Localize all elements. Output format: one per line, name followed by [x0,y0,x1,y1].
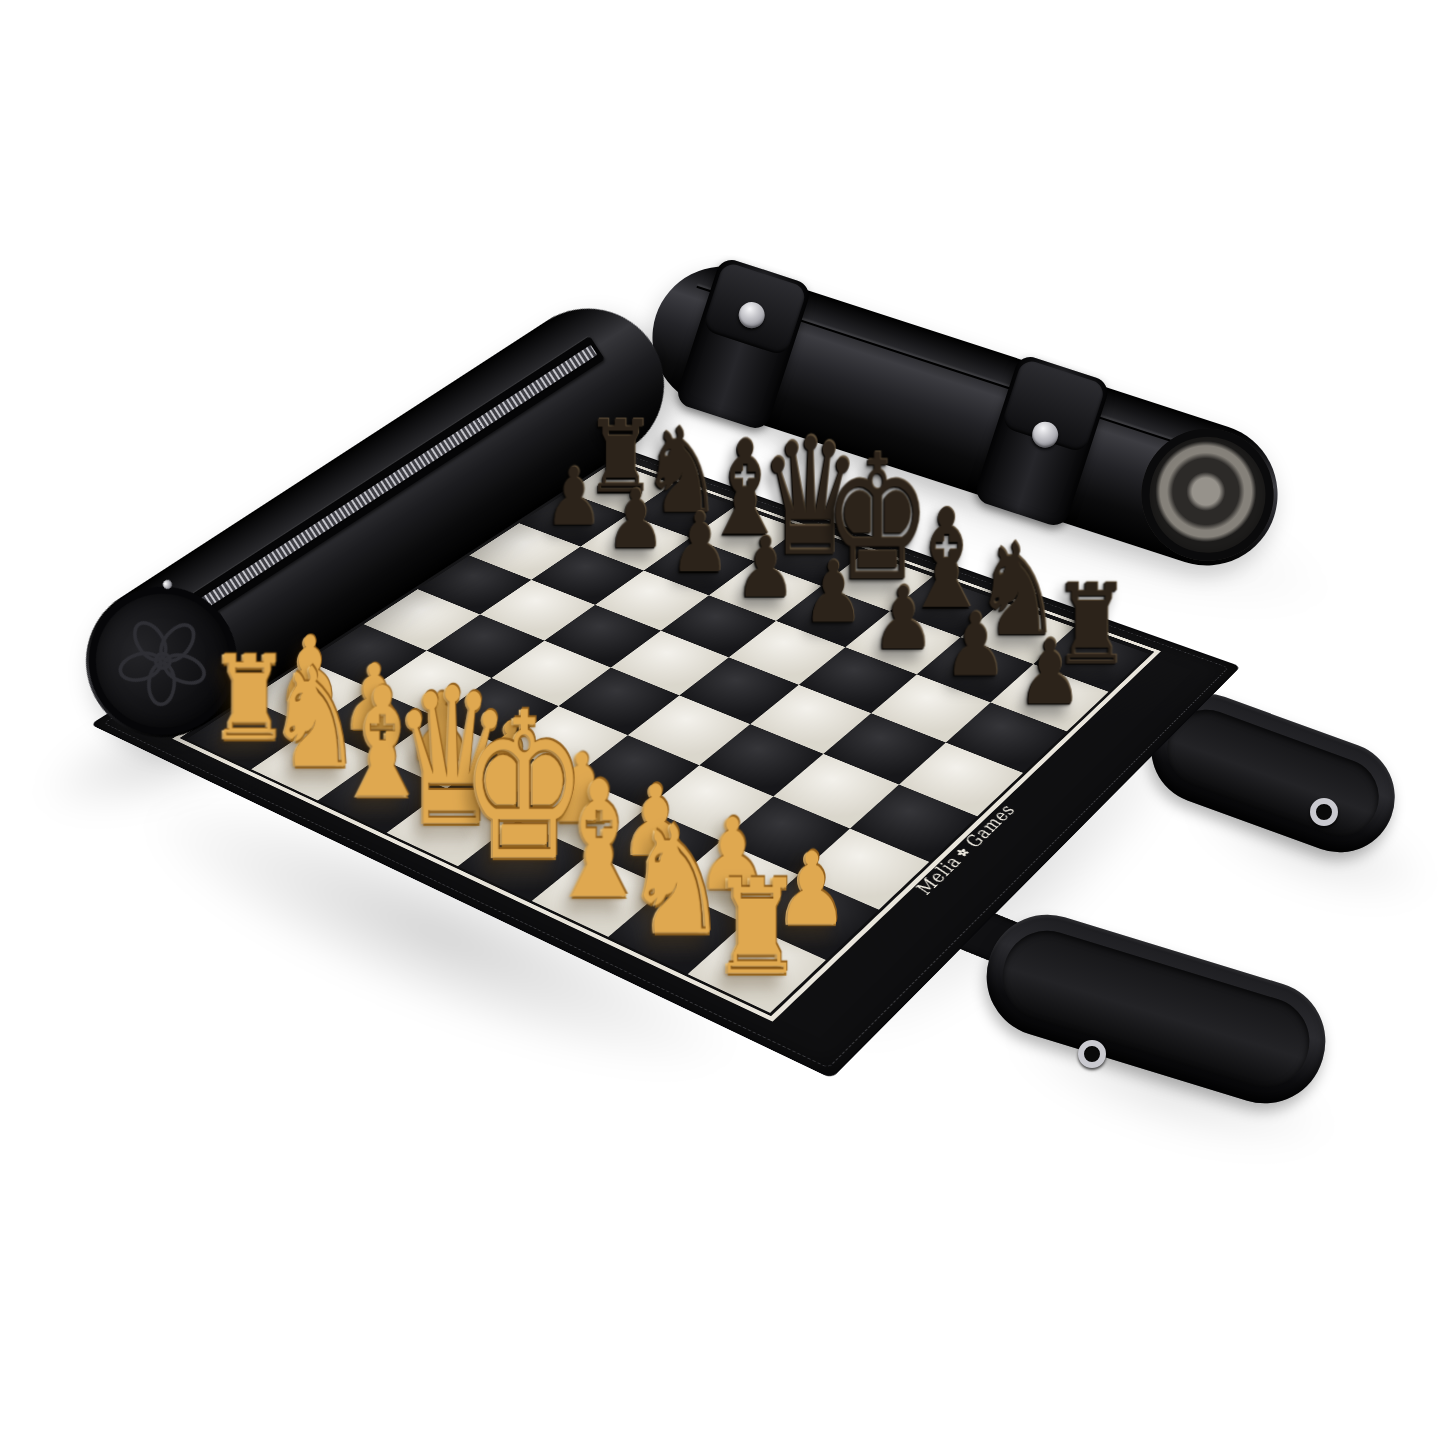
square-f1 [532,854,666,937]
square-b1 [251,728,378,801]
square-h3 [799,829,930,910]
square-c1 [318,758,447,833]
flower-emboss-icon [99,597,226,724]
square-e2 [517,777,646,854]
flower-icon [952,846,973,858]
rolled-mat-end [1124,412,1290,578]
case-strap-1 [674,256,813,432]
mat-strap-lower-fold [992,920,1321,1098]
square-e3 [574,735,700,808]
square-g5 [823,713,945,784]
brand-mark: Melia Games [908,802,1022,898]
mat-strap-lower [972,900,1340,1118]
square-b2 [312,688,436,757]
case-strap-2 [973,353,1112,529]
square-f3 [646,765,773,841]
square-e4 [628,695,750,765]
square-h4 [850,785,977,862]
square-f4 [699,724,823,796]
square-h1 [688,923,826,1013]
square-h2 [744,875,878,960]
brand-word-left: Melia [909,854,967,898]
square-h6 [946,702,1067,772]
mat-strap-upper-fold [1156,699,1389,848]
square-f2 [590,808,721,887]
product-photo-stage: Melia Games [0,0,1445,1445]
square-e1 [458,821,590,901]
square-g2 [666,841,798,923]
square-d2 [447,746,574,820]
square-f5 [750,685,871,754]
brand-word-right: Games [958,803,1021,851]
square-g4 [773,754,899,829]
eyelet-icon [1078,1040,1106,1068]
square-g3 [721,796,850,874]
square-c2 [378,717,503,789]
eyelet-icon [1310,798,1338,826]
square-d3 [504,706,628,777]
square-d1 [387,789,518,867]
square-g1 [608,888,744,974]
square-h5 [899,743,1023,817]
